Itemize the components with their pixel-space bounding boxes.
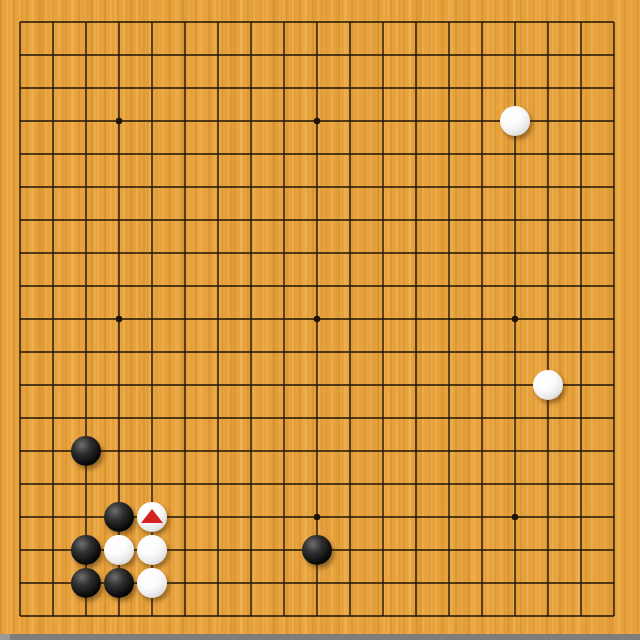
- intersection-K3[interactable]: [301, 534, 334, 567]
- black-stone-C2: [71, 568, 101, 598]
- window-bottom-edge: [0, 634, 640, 640]
- white-stone-R8: [533, 370, 563, 400]
- black-stone-D2: [104, 568, 134, 598]
- triangle-marker-icon: [141, 509, 163, 523]
- go-board[interactable]: [0, 0, 640, 640]
- black-stone-D4: [104, 502, 134, 532]
- intersection-E2[interactable]: [136, 567, 169, 600]
- intersection-Q16[interactable]: [499, 105, 532, 138]
- intersection-D2[interactable]: [103, 567, 136, 600]
- intersection-R8[interactable]: [532, 369, 565, 402]
- intersection-D3[interactable]: [103, 534, 136, 567]
- intersection-E3[interactable]: [136, 534, 169, 567]
- white-stone-E2: [137, 568, 167, 598]
- white-stone-E4: [137, 502, 167, 532]
- intersection-E4[interactable]: [136, 501, 169, 534]
- intersection-D4[interactable]: [103, 501, 136, 534]
- intersection-C3[interactable]: [70, 534, 103, 567]
- board-intersections[interactable]: [4, 6, 631, 633]
- black-stone-K3: [302, 535, 332, 565]
- white-stone-E3: [137, 535, 167, 565]
- intersection-C6[interactable]: [70, 435, 103, 468]
- black-stone-C3: [71, 535, 101, 565]
- intersection-C2[interactable]: [70, 567, 103, 600]
- white-stone-Q16: [500, 106, 530, 136]
- white-stone-D3: [104, 535, 134, 565]
- black-stone-C6: [71, 436, 101, 466]
